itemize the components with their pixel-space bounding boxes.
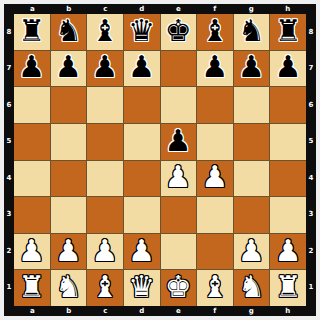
- square-g2[interactable]: ♟: [234, 234, 270, 270]
- square-d8[interactable]: ♛: [124, 14, 160, 50]
- file-label-a: a: [14, 306, 51, 316]
- file-label-h: h: [270, 4, 307, 14]
- rank-label-8: 8: [4, 14, 14, 51]
- square-e1[interactable]: ♚: [161, 270, 197, 306]
- file-label-g: g: [233, 306, 270, 316]
- rank-label-1: 1: [306, 270, 316, 307]
- square-f4[interactable]: ♟: [197, 161, 233, 197]
- square-a7[interactable]: ♟: [14, 51, 50, 87]
- square-h5[interactable]: [270, 124, 306, 160]
- piece-black-pawn[interactable]: ♟: [18, 52, 45, 82]
- piece-white-knight[interactable]: ♞: [238, 272, 265, 302]
- square-h2[interactable]: ♟: [270, 234, 306, 270]
- piece-white-pawn[interactable]: ♟: [165, 162, 192, 192]
- piece-black-knight[interactable]: ♞: [55, 16, 82, 46]
- frame-corner: [306, 306, 316, 316]
- piece-black-pawn[interactable]: ♟: [128, 52, 155, 82]
- piece-white-bishop[interactable]: ♝: [92, 272, 119, 302]
- piece-black-bishop[interactable]: ♝: [201, 16, 228, 46]
- piece-white-rook[interactable]: ♜: [275, 272, 302, 302]
- square-e4[interactable]: ♟: [161, 161, 197, 197]
- square-h1[interactable]: ♜: [270, 270, 306, 306]
- piece-black-pawn[interactable]: ♟: [238, 52, 265, 82]
- square-f6[interactable]: [197, 87, 233, 123]
- square-d1[interactable]: ♛: [124, 270, 160, 306]
- frame-corner: [4, 4, 14, 14]
- rank-label-4: 4: [306, 160, 316, 197]
- frame-corner: [4, 306, 14, 316]
- piece-black-pawn[interactable]: ♟: [201, 52, 228, 82]
- square-e2[interactable]: [161, 234, 197, 270]
- square-c5[interactable]: [87, 124, 123, 160]
- piece-black-pawn[interactable]: ♟: [55, 52, 82, 82]
- square-d3[interactable]: [124, 197, 160, 233]
- rank-labels-left: 87654321: [4, 14, 14, 306]
- square-d4[interactable]: [124, 161, 160, 197]
- piece-white-pawn[interactable]: ♟: [92, 236, 119, 266]
- piece-white-pawn[interactable]: ♟: [55, 236, 82, 266]
- rank-label-4: 4: [4, 160, 14, 197]
- square-a2[interactable]: ♟: [14, 234, 50, 270]
- rank-label-2: 2: [4, 233, 14, 270]
- square-g8[interactable]: ♞: [234, 14, 270, 50]
- square-b3[interactable]: [51, 197, 87, 233]
- file-label-h: h: [270, 306, 307, 316]
- rank-label-6: 6: [306, 87, 316, 124]
- square-g5[interactable]: [234, 124, 270, 160]
- square-h6[interactable]: [270, 87, 306, 123]
- square-a4[interactable]: [14, 161, 50, 197]
- square-a6[interactable]: [14, 87, 50, 123]
- piece-black-pawn[interactable]: ♟: [275, 52, 302, 82]
- square-c8[interactable]: ♝: [87, 14, 123, 50]
- board-frame: abcdefgh 87654321 ♜♞♝♛♚♝♞♜♟♟♟♟♟♟♟♟♟♟♟♟♟♟…: [4, 4, 316, 316]
- piece-white-pawn[interactable]: ♟: [275, 236, 302, 266]
- square-b6[interactable]: [51, 87, 87, 123]
- frame-corner: [306, 4, 316, 14]
- square-h8[interactable]: ♜: [270, 14, 306, 50]
- rank-label-8: 8: [306, 14, 316, 51]
- piece-white-king[interactable]: ♚: [165, 272, 192, 302]
- square-d5[interactable]: [124, 124, 160, 160]
- file-label-c: c: [87, 4, 124, 14]
- square-b7[interactable]: ♟: [51, 51, 87, 87]
- piece-black-rook[interactable]: ♜: [275, 16, 302, 46]
- square-f2[interactable]: [197, 234, 233, 270]
- rank-labels-right: 87654321: [306, 14, 316, 306]
- square-e6[interactable]: [161, 87, 197, 123]
- square-f7[interactable]: ♟: [197, 51, 233, 87]
- square-c1[interactable]: ♝: [87, 270, 123, 306]
- file-label-e: e: [160, 4, 197, 14]
- piece-black-queen[interactable]: ♛: [128, 16, 155, 46]
- file-labels-bottom: abcdefgh: [14, 306, 306, 316]
- square-b5[interactable]: [51, 124, 87, 160]
- file-label-d: d: [124, 306, 161, 316]
- rank-label-5: 5: [306, 124, 316, 161]
- square-c4[interactable]: [87, 161, 123, 197]
- square-f3[interactable]: [197, 197, 233, 233]
- square-h7[interactable]: ♟: [270, 51, 306, 87]
- square-e8[interactable]: ♚: [161, 14, 197, 50]
- piece-black-knight[interactable]: ♞: [238, 16, 265, 46]
- piece-white-queen[interactable]: ♛: [128, 272, 155, 302]
- piece-white-pawn[interactable]: ♟: [18, 236, 45, 266]
- file-label-b: b: [51, 4, 88, 14]
- rank-label-3: 3: [4, 197, 14, 234]
- square-a1[interactable]: ♜: [14, 270, 50, 306]
- square-c7[interactable]: ♟: [87, 51, 123, 87]
- piece-white-rook[interactable]: ♜: [18, 272, 45, 302]
- file-label-a: a: [14, 4, 51, 14]
- square-h3[interactable]: [270, 197, 306, 233]
- rank-label-3: 3: [306, 197, 316, 234]
- piece-black-pawn[interactable]: ♟: [165, 126, 192, 156]
- square-g4[interactable]: [234, 161, 270, 197]
- piece-white-bishop[interactable]: ♝: [201, 272, 228, 302]
- square-e7[interactable]: [161, 51, 197, 87]
- piece-white-pawn[interactable]: ♟: [128, 236, 155, 266]
- square-f1[interactable]: ♝: [197, 270, 233, 306]
- square-f5[interactable]: [197, 124, 233, 160]
- square-a3[interactable]: [14, 197, 50, 233]
- square-e3[interactable]: [161, 197, 197, 233]
- page-background: abcdefgh 87654321 ♜♞♝♛♚♝♞♜♟♟♟♟♟♟♟♟♟♟♟♟♟♟…: [0, 0, 320, 320]
- rank-label-7: 7: [306, 51, 316, 88]
- square-e5[interactable]: ♟: [161, 124, 197, 160]
- square-g1[interactable]: ♞: [234, 270, 270, 306]
- square-b8[interactable]: ♞: [51, 14, 87, 50]
- square-d7[interactable]: ♟: [124, 51, 160, 87]
- square-a8[interactable]: ♜: [14, 14, 50, 50]
- file-label-b: b: [51, 306, 88, 316]
- piece-black-bishop[interactable]: ♝: [92, 16, 119, 46]
- square-g6[interactable]: [234, 87, 270, 123]
- file-labels-top: abcdefgh: [14, 4, 306, 14]
- square-h4[interactable]: [270, 161, 306, 197]
- square-c2[interactable]: ♟: [87, 234, 123, 270]
- piece-black-rook[interactable]: ♜: [18, 16, 45, 46]
- square-b4[interactable]: [51, 161, 87, 197]
- file-label-c: c: [87, 306, 124, 316]
- square-d6[interactable]: [124, 87, 160, 123]
- square-b2[interactable]: ♟: [51, 234, 87, 270]
- rank-label-5: 5: [4, 124, 14, 161]
- file-label-f: f: [197, 306, 234, 316]
- file-label-d: d: [124, 4, 161, 14]
- piece-black-king[interactable]: ♚: [165, 16, 192, 46]
- chess-board: ♜♞♝♛♚♝♞♜♟♟♟♟♟♟♟♟♟♟♟♟♟♟♟♟♜♞♝♛♚♝♞♜: [14, 14, 306, 306]
- square-b1[interactable]: ♞: [51, 270, 87, 306]
- piece-black-pawn[interactable]: ♟: [92, 52, 119, 82]
- square-c3[interactable]: [87, 197, 123, 233]
- square-d2[interactable]: ♟: [124, 234, 160, 270]
- square-a5[interactable]: [14, 124, 50, 160]
- rank-label-7: 7: [4, 51, 14, 88]
- piece-white-knight[interactable]: ♞: [55, 272, 82, 302]
- file-label-g: g: [233, 4, 270, 14]
- square-g3[interactable]: [234, 197, 270, 233]
- square-g7[interactable]: ♟: [234, 51, 270, 87]
- file-label-f: f: [197, 4, 234, 14]
- square-f8[interactable]: ♝: [197, 14, 233, 50]
- rank-label-2: 2: [306, 233, 316, 270]
- piece-white-pawn[interactable]: ♟: [201, 162, 228, 192]
- piece-white-pawn[interactable]: ♟: [238, 236, 265, 266]
- square-c6[interactable]: [87, 87, 123, 123]
- rank-label-6: 6: [4, 87, 14, 124]
- file-label-e: e: [160, 306, 197, 316]
- rank-label-1: 1: [4, 270, 14, 307]
